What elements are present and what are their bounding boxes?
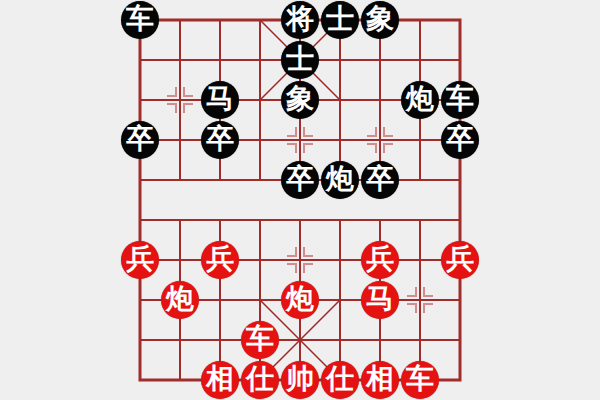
board-point: 卒 xyxy=(360,160,400,200)
board-point xyxy=(120,280,160,320)
red-advisor[interactable]: 仕 xyxy=(321,361,359,399)
piece-glyph: 炮 xyxy=(406,85,434,113)
board-point: 炮 xyxy=(320,160,360,200)
board-point: 仕 xyxy=(240,360,280,400)
board-point xyxy=(320,40,360,80)
board-point: 炮 xyxy=(280,280,320,320)
board-point xyxy=(440,280,480,320)
piece-glyph: 炮 xyxy=(326,165,354,193)
piece-glyph: 士 xyxy=(286,45,314,73)
board-point xyxy=(400,160,440,200)
board-point: 车 xyxy=(440,80,480,120)
piece-glyph: 车 xyxy=(406,365,434,393)
board-point xyxy=(400,280,440,320)
board-point xyxy=(400,240,440,280)
board-point xyxy=(400,40,440,80)
board-point: 士 xyxy=(320,0,360,40)
board-point xyxy=(200,280,240,320)
piece-glyph: 炮 xyxy=(166,285,194,313)
piece-glyph: 卒 xyxy=(366,165,394,193)
board-point xyxy=(440,200,480,240)
board-point xyxy=(200,0,240,40)
board-point: 帅 xyxy=(280,360,320,400)
black-chariot[interactable]: 车 xyxy=(441,81,479,119)
red-cannon[interactable]: 炮 xyxy=(161,281,199,319)
board-point: 卒 xyxy=(440,120,480,160)
red-chariot[interactable]: 车 xyxy=(401,361,439,399)
board-point: 象 xyxy=(360,0,400,40)
red-general[interactable]: 帅 xyxy=(281,361,319,399)
black-soldier[interactable]: 卒 xyxy=(361,161,399,199)
black-horse[interactable]: 马 xyxy=(201,81,239,119)
red-soldier[interactable]: 兵 xyxy=(361,241,399,279)
board-point xyxy=(440,160,480,200)
board-point: 象 xyxy=(280,80,320,120)
piece-glyph: 马 xyxy=(206,85,234,113)
piece-glyph: 车 xyxy=(246,325,274,353)
black-cannon[interactable]: 炮 xyxy=(401,81,439,119)
board-point: 兵 xyxy=(120,240,160,280)
piece-glyph: 卒 xyxy=(286,165,314,193)
black-cannon[interactable]: 炮 xyxy=(321,161,359,199)
board-point: 相 xyxy=(360,360,400,400)
black-advisor[interactable]: 士 xyxy=(321,1,359,39)
board-point xyxy=(320,320,360,360)
board-point xyxy=(240,160,280,200)
black-soldier[interactable]: 卒 xyxy=(441,121,479,159)
piece-glyph: 士 xyxy=(326,5,354,33)
board-point: 车 xyxy=(240,320,280,360)
piece-glyph: 将 xyxy=(286,5,314,33)
board-point xyxy=(240,280,280,320)
piece-glyph: 兵 xyxy=(206,245,234,273)
board-point xyxy=(440,40,480,80)
piece-glyph: 相 xyxy=(366,365,394,393)
board-point: 车 xyxy=(400,360,440,400)
board-point xyxy=(320,240,360,280)
board-point xyxy=(440,360,480,400)
black-soldier[interactable]: 卒 xyxy=(281,161,319,199)
board-point xyxy=(320,280,360,320)
board-point xyxy=(160,80,200,120)
board-point xyxy=(240,240,280,280)
board-point xyxy=(160,240,200,280)
piece-glyph: 兵 xyxy=(126,245,154,273)
black-advisor[interactable]: 士 xyxy=(281,41,319,79)
board-point xyxy=(240,200,280,240)
board-point: 兵 xyxy=(200,240,240,280)
piece-glyph: 卒 xyxy=(126,125,154,153)
piece-glyph: 象 xyxy=(286,85,314,113)
board-point xyxy=(160,40,200,80)
board-point xyxy=(360,40,400,80)
board-point xyxy=(400,200,440,240)
board-point: 相 xyxy=(200,360,240,400)
xiangqi-board: 车将士象士马象炮车卒卒卒卒炮卒兵兵兵兵炮炮马车相仕帅仕相车 xyxy=(0,0,600,400)
board-point: 炮 xyxy=(160,280,200,320)
board-point xyxy=(360,120,400,160)
board-point xyxy=(240,40,280,80)
board-point xyxy=(360,320,400,360)
board-point xyxy=(200,160,240,200)
board-point: 卒 xyxy=(280,160,320,200)
board-point xyxy=(400,120,440,160)
piece-glyph: 象 xyxy=(366,5,394,33)
board-point xyxy=(280,120,320,160)
piece-glyph: 兵 xyxy=(446,245,474,273)
board-point: 仕 xyxy=(320,360,360,400)
board-point: 炮 xyxy=(400,80,440,120)
board-point xyxy=(320,200,360,240)
board-point xyxy=(440,0,480,40)
board-point xyxy=(160,160,200,200)
board-point xyxy=(240,0,280,40)
piece-glyph: 仕 xyxy=(246,365,274,393)
red-horse[interactable]: 马 xyxy=(361,281,399,319)
red-soldier[interactable]: 兵 xyxy=(201,241,239,279)
black-soldier[interactable]: 卒 xyxy=(201,121,239,159)
red-advisor[interactable]: 仕 xyxy=(241,361,279,399)
black-elephant[interactable]: 象 xyxy=(281,81,319,119)
board-point: 马 xyxy=(200,80,240,120)
board-point xyxy=(120,320,160,360)
black-soldier[interactable]: 卒 xyxy=(121,121,159,159)
board-point xyxy=(200,40,240,80)
board-point xyxy=(360,80,400,120)
red-elephant[interactable]: 相 xyxy=(361,361,399,399)
board-point: 士 xyxy=(280,40,320,80)
board-point xyxy=(120,200,160,240)
board-point xyxy=(160,0,200,40)
red-chariot[interactable]: 车 xyxy=(241,321,279,359)
board-point xyxy=(280,240,320,280)
piece-glyph: 车 xyxy=(446,85,474,113)
board-point xyxy=(160,320,200,360)
board-point xyxy=(200,200,240,240)
board-point: 车 xyxy=(120,0,160,40)
board-point: 卒 xyxy=(200,120,240,160)
board-point xyxy=(120,160,160,200)
red-soldier[interactable]: 兵 xyxy=(441,241,479,279)
board-point xyxy=(240,80,280,120)
board-point xyxy=(440,320,480,360)
board-point xyxy=(160,200,200,240)
board-point xyxy=(120,360,160,400)
board-point xyxy=(400,0,440,40)
board-point xyxy=(280,320,320,360)
piece-glyph: 帅 xyxy=(286,365,314,393)
piece-glyph: 卒 xyxy=(446,125,474,153)
piece-glyph: 车 xyxy=(126,5,154,33)
board-point xyxy=(200,320,240,360)
red-cannon[interactable]: 炮 xyxy=(281,281,319,319)
piece-glyph: 仕 xyxy=(326,365,354,393)
red-elephant[interactable]: 相 xyxy=(201,361,239,399)
board-point xyxy=(320,80,360,120)
board-point xyxy=(240,120,280,160)
piece-glyph: 相 xyxy=(206,365,234,393)
board-grid: 车将士象士马象炮车卒卒卒卒炮卒兵兵兵兵炮炮马车相仕帅仕相车 xyxy=(120,0,480,400)
board-point xyxy=(280,200,320,240)
piece-glyph: 卒 xyxy=(206,125,234,153)
board-point: 马 xyxy=(360,280,400,320)
piece-glyph: 马 xyxy=(366,285,394,313)
board-point xyxy=(400,320,440,360)
board-point: 卒 xyxy=(120,120,160,160)
piece-glyph: 兵 xyxy=(366,245,394,273)
board-point xyxy=(120,40,160,80)
board-point xyxy=(320,120,360,160)
black-general[interactable]: 将 xyxy=(281,1,319,39)
piece-glyph: 炮 xyxy=(286,285,314,313)
board-point: 兵 xyxy=(440,240,480,280)
board-point xyxy=(160,360,200,400)
board-point xyxy=(120,80,160,120)
board-point xyxy=(360,200,400,240)
board-point xyxy=(160,120,200,160)
black-chariot[interactable]: 车 xyxy=(121,1,159,39)
board-point: 将 xyxy=(280,0,320,40)
board-point: 兵 xyxy=(360,240,400,280)
black-elephant[interactable]: 象 xyxy=(361,1,399,39)
red-soldier[interactable]: 兵 xyxy=(121,241,159,279)
